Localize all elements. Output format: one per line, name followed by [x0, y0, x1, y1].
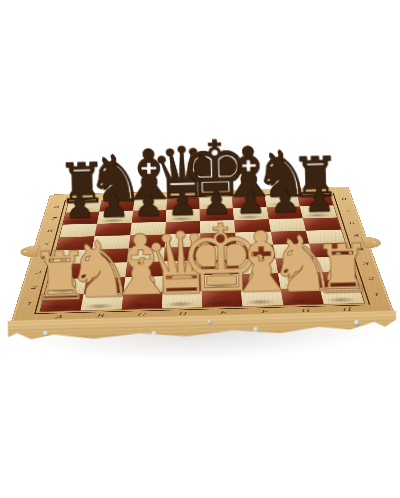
square-h1: ♜ — [320, 287, 364, 304]
board-squares: ♜♞♝♛♚♝♞♜♟♟♟♟♟♟♟♟♟♟♟♟♟♟♟♟♜♞♝♛♚♝♞♜ — [40, 194, 365, 312]
square-h7: ♟ — [300, 206, 337, 219]
hinge-pin-icon — [24, 251, 29, 253]
square-a7: ♟ — [63, 212, 100, 225]
piece-black-pawn: ♟ — [304, 183, 335, 217]
chess-set-photo: ♜♞♝♛♚♝♞♜♟♟♟♟♟♟♟♟♟♟♟♟♟♟♟♟♜♞♝♛♚♝♞♜ ABCDEFG… — [0, 0, 400, 498]
piece-white-rook: ♜ — [312, 235, 373, 303]
screw-icon — [43, 331, 49, 337]
piece-black-pawn: ♟ — [64, 189, 95, 223]
chess-board: ♜♞♝♛♚♝♞♜♟♟♟♟♟♟♟♟♟♟♟♟♟♟♟♟♜♞♝♛♚♝♞♜ ABCDEFG… — [10, 187, 394, 324]
hinge-pin-icon — [373, 242, 378, 244]
